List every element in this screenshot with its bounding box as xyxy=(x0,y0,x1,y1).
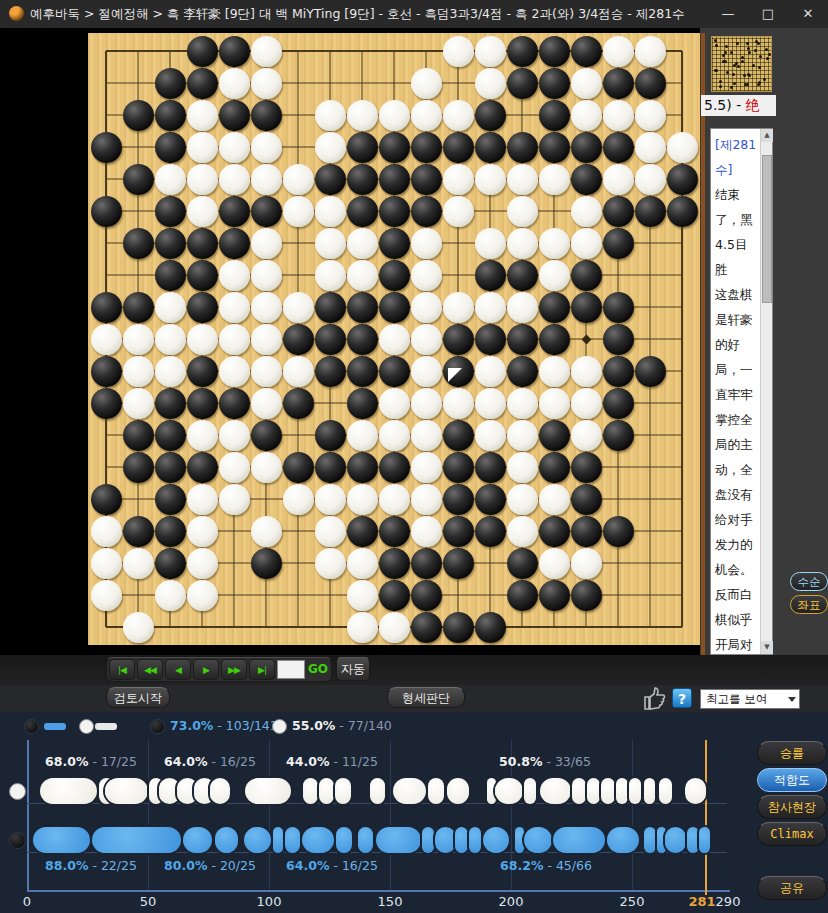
black-stone[interactable] xyxy=(379,132,410,163)
moves-button[interactable]: 수순 xyxy=(790,572,828,591)
black-stone[interactable] xyxy=(123,516,154,547)
black-stone[interactable] xyxy=(219,196,250,227)
white-stone[interactable] xyxy=(315,260,346,291)
black-stone[interactable] xyxy=(379,164,410,195)
white-stone[interactable] xyxy=(507,452,538,483)
black-stone[interactable] xyxy=(251,100,282,131)
start-review-button[interactable]: 검토시작 xyxy=(106,687,170,708)
white-stone[interactable] xyxy=(507,164,538,195)
black-stone[interactable] xyxy=(507,548,538,579)
white-stone[interactable] xyxy=(219,420,250,451)
white-stone[interactable] xyxy=(187,164,218,195)
white-stone[interactable] xyxy=(187,484,218,515)
white-stone[interactable] xyxy=(411,292,442,323)
white-stone[interactable] xyxy=(251,228,282,259)
white-stone[interactable] xyxy=(187,580,218,611)
black-stone[interactable] xyxy=(379,516,410,547)
white-stone[interactable] xyxy=(667,132,698,163)
white-stone[interactable] xyxy=(123,324,154,355)
thumbs-up-icon[interactable] xyxy=(641,685,667,712)
black-stone[interactable] xyxy=(507,68,538,99)
white-stone[interactable] xyxy=(219,324,250,355)
black-stone[interactable] xyxy=(219,388,250,419)
white-stone[interactable] xyxy=(635,164,666,195)
white-stone[interactable] xyxy=(411,452,442,483)
black-stone[interactable] xyxy=(251,548,282,579)
white-stone[interactable] xyxy=(219,132,250,163)
white-stone[interactable] xyxy=(571,420,602,451)
white-stone[interactable] xyxy=(187,324,218,355)
white-stone[interactable] xyxy=(379,324,410,355)
white-stone[interactable] xyxy=(635,100,666,131)
white-stone[interactable] xyxy=(315,132,346,163)
white-stone[interactable] xyxy=(219,484,250,515)
white-stone[interactable] xyxy=(507,516,538,547)
white-stone[interactable] xyxy=(315,548,346,579)
black-stone[interactable] xyxy=(539,132,570,163)
white-stone[interactable] xyxy=(155,356,186,387)
white-stone[interactable] xyxy=(539,388,570,419)
white-stone[interactable] xyxy=(475,356,506,387)
white-stone[interactable] xyxy=(155,324,186,355)
white-stone[interactable] xyxy=(411,420,442,451)
black-stone[interactable] xyxy=(155,228,186,259)
black-stone[interactable] xyxy=(155,196,186,227)
black-stone[interactable] xyxy=(603,324,634,355)
white-stone[interactable] xyxy=(571,388,602,419)
black-stone[interactable] xyxy=(379,452,410,483)
black-stone[interactable] xyxy=(123,292,154,323)
black-stone[interactable] xyxy=(635,68,666,99)
white-stone[interactable] xyxy=(123,548,154,579)
step-forward-icon[interactable]: ▶ xyxy=(193,659,219,680)
black-stone[interactable] xyxy=(91,196,122,227)
black-stone[interactable] xyxy=(507,356,538,387)
white-stone[interactable] xyxy=(571,548,602,579)
white-stone[interactable] xyxy=(315,196,346,227)
white-stone[interactable] xyxy=(219,68,250,99)
black-stone[interactable] xyxy=(251,196,282,227)
white-stone[interactable] xyxy=(91,324,122,355)
white-stone[interactable] xyxy=(187,548,218,579)
black-stone[interactable] xyxy=(539,36,570,67)
white-stone[interactable] xyxy=(475,228,506,259)
white-stone[interactable] xyxy=(91,580,122,611)
white-stone[interactable] xyxy=(347,100,378,131)
white-stone[interactable] xyxy=(379,484,410,515)
scrollbar-thumb[interactable] xyxy=(762,155,772,303)
black-stone[interactable] xyxy=(155,132,186,163)
white-stone[interactable] xyxy=(411,100,442,131)
white-stone[interactable] xyxy=(443,196,474,227)
black-stone[interactable] xyxy=(379,292,410,323)
position-judge-button[interactable]: 형세판단 xyxy=(387,687,465,708)
black-stone[interactable] xyxy=(571,580,602,611)
white-stone[interactable] xyxy=(347,260,378,291)
black-stone[interactable] xyxy=(475,132,506,163)
black-stone[interactable] xyxy=(507,260,538,291)
white-stone[interactable] xyxy=(91,516,122,547)
black-stone[interactable] xyxy=(155,68,186,99)
white-stone[interactable] xyxy=(379,420,410,451)
move-number-input[interactable] xyxy=(277,660,305,679)
white-stone[interactable] xyxy=(571,228,602,259)
black-stone[interactable] xyxy=(347,356,378,387)
black-stone[interactable] xyxy=(443,452,474,483)
black-stone[interactable] xyxy=(155,452,186,483)
display-mode-dropdown[interactable]: 최고를 보여 xyxy=(700,689,800,709)
coordinates-button[interactable]: 좌표 xyxy=(790,595,828,614)
white-stone[interactable] xyxy=(251,356,282,387)
black-stone[interactable] xyxy=(539,420,570,451)
white-stone[interactable] xyxy=(475,420,506,451)
white-stone[interactable] xyxy=(539,260,570,291)
commentary-scrollbar[interactable]: ▲ ▼ xyxy=(760,129,772,654)
black-stone[interactable] xyxy=(187,356,218,387)
black-stone[interactable] xyxy=(315,420,346,451)
black-stone[interactable] xyxy=(603,356,634,387)
black-stone[interactable] xyxy=(571,164,602,195)
black-stone[interactable] xyxy=(123,100,154,131)
white-stone[interactable] xyxy=(507,292,538,323)
graph-mode-button-적합도[interactable]: 적합도 xyxy=(757,768,827,792)
white-stone[interactable] xyxy=(411,260,442,291)
white-stone[interactable] xyxy=(507,420,538,451)
black-stone[interactable] xyxy=(539,100,570,131)
black-stone[interactable] xyxy=(539,516,570,547)
white-stone[interactable] xyxy=(347,420,378,451)
black-stone[interactable] xyxy=(155,100,186,131)
black-stone[interactable] xyxy=(443,612,474,643)
white-stone[interactable] xyxy=(187,196,218,227)
white-stone[interactable] xyxy=(379,388,410,419)
black-stone[interactable] xyxy=(379,580,410,611)
black-stone[interactable] xyxy=(571,36,602,67)
white-stone[interactable] xyxy=(411,356,442,387)
black-stone[interactable] xyxy=(411,164,442,195)
white-stone[interactable] xyxy=(539,484,570,515)
black-stone[interactable] xyxy=(411,196,442,227)
black-stone[interactable] xyxy=(411,548,442,579)
black-stone[interactable] xyxy=(155,516,186,547)
black-stone[interactable] xyxy=(411,580,442,611)
black-stone[interactable] xyxy=(475,260,506,291)
black-stone[interactable] xyxy=(315,452,346,483)
white-stone[interactable] xyxy=(251,132,282,163)
white-stone[interactable] xyxy=(251,68,282,99)
white-stone[interactable] xyxy=(507,196,538,227)
black-stone[interactable] xyxy=(507,324,538,355)
graph-mode-button-공유[interactable]: 공유 xyxy=(757,876,827,900)
minimize-button[interactable]: — xyxy=(708,0,748,28)
white-stone[interactable] xyxy=(571,100,602,131)
white-stone[interactable] xyxy=(251,324,282,355)
black-stone[interactable] xyxy=(187,36,218,67)
black-stone[interactable] xyxy=(603,516,634,547)
black-stone[interactable] xyxy=(283,452,314,483)
black-stone[interactable] xyxy=(155,388,186,419)
white-stone[interactable] xyxy=(635,132,666,163)
black-stone[interactable] xyxy=(347,132,378,163)
black-stone[interactable] xyxy=(379,260,410,291)
black-stone[interactable] xyxy=(507,132,538,163)
thumbnail-stone-dot xyxy=(719,85,722,88)
skip-to-start-icon[interactable]: |◀ xyxy=(109,659,135,680)
white-stone[interactable] xyxy=(155,580,186,611)
white-stone[interactable] xyxy=(251,516,282,547)
black-stone[interactable] xyxy=(347,388,378,419)
black-stone[interactable] xyxy=(667,164,698,195)
white-stone[interactable] xyxy=(315,100,346,131)
black-stone[interactable] xyxy=(603,196,634,227)
black-stone[interactable] xyxy=(91,132,122,163)
black-stone[interactable] xyxy=(411,612,442,643)
black-stone[interactable] xyxy=(475,612,506,643)
white-stone[interactable] xyxy=(283,164,314,195)
white-stone[interactable] xyxy=(411,388,442,419)
white-stone[interactable] xyxy=(603,36,634,67)
close-button[interactable]: ✕ xyxy=(788,0,828,28)
white-stone[interactable] xyxy=(443,164,474,195)
fast-rewind-icon[interactable]: ◀◀ xyxy=(137,659,163,680)
white-stone[interactable] xyxy=(443,100,474,131)
black-stone[interactable] xyxy=(603,132,634,163)
white-stone[interactable] xyxy=(411,324,442,355)
white-stone[interactable] xyxy=(411,68,442,99)
black-stone[interactable] xyxy=(603,388,634,419)
scroll-down-icon[interactable]: ▼ xyxy=(761,641,773,654)
white-stone[interactable] xyxy=(411,516,442,547)
white-stone[interactable] xyxy=(571,68,602,99)
black-stone[interactable] xyxy=(443,516,474,547)
white-stone[interactable] xyxy=(187,516,218,547)
black-stone[interactable] xyxy=(91,388,122,419)
white-stone[interactable] xyxy=(219,260,250,291)
black-stone[interactable] xyxy=(91,484,122,515)
black-stone[interactable] xyxy=(187,68,218,99)
white-stone[interactable] xyxy=(379,612,410,643)
white-stone[interactable] xyxy=(443,292,474,323)
black-stone[interactable] xyxy=(219,100,250,131)
white-stone[interactable] xyxy=(379,100,410,131)
white-stone[interactable] xyxy=(475,388,506,419)
black-stone[interactable] xyxy=(571,516,602,547)
black-stone[interactable] xyxy=(347,452,378,483)
black-stone[interactable] xyxy=(187,260,218,291)
black-stone[interactable] xyxy=(379,196,410,227)
white-stone[interactable] xyxy=(443,36,474,67)
white-stone[interactable] xyxy=(91,548,122,579)
black-stone[interactable] xyxy=(667,196,698,227)
board-thumbnail[interactable] xyxy=(711,36,772,92)
black-stone[interactable] xyxy=(187,388,218,419)
white-stone[interactable] xyxy=(315,516,346,547)
step-back-icon[interactable]: ◀ xyxy=(165,659,191,680)
black-stone[interactable] xyxy=(123,228,154,259)
white-stone[interactable] xyxy=(283,484,314,515)
auto-play-button[interactable]: 자동 xyxy=(336,657,370,681)
black-stone[interactable] xyxy=(571,292,602,323)
black-stone[interactable] xyxy=(507,36,538,67)
white-stone[interactable] xyxy=(251,164,282,195)
white-stone[interactable] xyxy=(539,228,570,259)
black-stone[interactable] xyxy=(315,292,346,323)
white-stone[interactable] xyxy=(411,484,442,515)
black-stone[interactable] xyxy=(539,68,570,99)
black-stone[interactable] xyxy=(347,292,378,323)
black-stone[interactable] xyxy=(603,292,634,323)
white-stone[interactable] xyxy=(539,356,570,387)
white-stone[interactable] xyxy=(123,388,154,419)
white-stone[interactable] xyxy=(507,388,538,419)
black-stone[interactable] xyxy=(635,196,666,227)
white-stone[interactable] xyxy=(347,484,378,515)
white-stone[interactable] xyxy=(251,260,282,291)
black-stone[interactable] xyxy=(411,132,442,163)
black-stone[interactable] xyxy=(155,260,186,291)
black-stone[interactable] xyxy=(443,548,474,579)
black-stone[interactable] xyxy=(219,228,250,259)
black-stone[interactable] xyxy=(379,228,410,259)
maximize-button[interactable]: □ xyxy=(748,0,788,28)
white-stone[interactable] xyxy=(155,292,186,323)
white-stone[interactable] xyxy=(187,100,218,131)
black-stone[interactable] xyxy=(91,292,122,323)
black-stone[interactable] xyxy=(475,452,506,483)
black-stone[interactable] xyxy=(155,420,186,451)
black-stone[interactable] xyxy=(443,132,474,163)
black-stone[interactable] xyxy=(347,324,378,355)
black-stone[interactable] xyxy=(571,260,602,291)
white-stone[interactable] xyxy=(411,228,442,259)
white-stone[interactable] xyxy=(347,228,378,259)
white-stone[interactable] xyxy=(571,196,602,227)
white-stone[interactable] xyxy=(635,36,666,67)
black-stone[interactable] xyxy=(315,356,346,387)
black-stone[interactable] xyxy=(187,292,218,323)
scroll-up-icon[interactable]: ▲ xyxy=(761,129,773,142)
black-stone[interactable] xyxy=(347,196,378,227)
black-stone[interactable] xyxy=(155,548,186,579)
black-stone[interactable] xyxy=(603,420,634,451)
black-stone[interactable] xyxy=(539,324,570,355)
black-stone[interactable] xyxy=(443,420,474,451)
white-stone[interactable] xyxy=(507,484,538,515)
white-stone[interactable] xyxy=(251,388,282,419)
black-stone[interactable] xyxy=(379,548,410,579)
current-move-line[interactable] xyxy=(705,740,707,895)
white-stone[interactable] xyxy=(475,36,506,67)
white-stone[interactable] xyxy=(475,292,506,323)
black-stone[interactable] xyxy=(475,324,506,355)
black-stone[interactable] xyxy=(91,356,122,387)
black-stone[interactable] xyxy=(443,324,474,355)
white-stone[interactable] xyxy=(443,388,474,419)
white-stone[interactable] xyxy=(347,580,378,611)
black-stone[interactable] xyxy=(603,228,634,259)
black-stone[interactable] xyxy=(635,356,666,387)
white-stone[interactable] xyxy=(315,484,346,515)
skip-to-end-icon[interactable]: ▶| xyxy=(249,659,275,680)
black-stone[interactable] xyxy=(539,452,570,483)
white-stone[interactable] xyxy=(251,292,282,323)
black-stone[interactable] xyxy=(123,452,154,483)
white-stone[interactable] xyxy=(539,164,570,195)
black-stone[interactable] xyxy=(187,452,218,483)
black-stone[interactable] xyxy=(571,452,602,483)
black-stone[interactable] xyxy=(347,516,378,547)
white-stone[interactable] xyxy=(219,356,250,387)
white-stone[interactable] xyxy=(187,420,218,451)
white-stone[interactable] xyxy=(347,612,378,643)
graph-mode-button-승률[interactable]: 승률 xyxy=(757,741,827,765)
white-stone[interactable] xyxy=(603,164,634,195)
black-stone[interactable] xyxy=(347,164,378,195)
black-stone[interactable] xyxy=(443,484,474,515)
white-stone[interactable] xyxy=(283,292,314,323)
black-stone[interactable] xyxy=(475,484,506,515)
fast-forward-icon[interactable]: ▶▶ xyxy=(221,659,247,680)
white-stone[interactable] xyxy=(315,228,346,259)
black-stone[interactable] xyxy=(571,484,602,515)
white-stone[interactable] xyxy=(475,164,506,195)
white-stone[interactable] xyxy=(155,164,186,195)
go-button[interactable]: GO xyxy=(307,659,329,680)
white-stone[interactable] xyxy=(123,612,154,643)
white-stone[interactable] xyxy=(251,36,282,67)
white-stone[interactable] xyxy=(571,356,602,387)
white-stone[interactable] xyxy=(539,548,570,579)
black-stone[interactable] xyxy=(187,228,218,259)
black-stone[interactable] xyxy=(315,324,346,355)
graph-mode-button-참사현장[interactable]: 참사현장 xyxy=(757,795,827,819)
go-board[interactable] xyxy=(88,33,700,645)
white-stone[interactable] xyxy=(251,452,282,483)
white-stone[interactable] xyxy=(219,164,250,195)
white-stone[interactable] xyxy=(603,100,634,131)
white-stone[interactable] xyxy=(219,452,250,483)
black-stone[interactable] xyxy=(475,100,506,131)
black-stone[interactable] xyxy=(539,580,570,611)
black-stone[interactable] xyxy=(251,420,282,451)
black-stone[interactable] xyxy=(379,356,410,387)
black-stone[interactable] xyxy=(123,164,154,195)
white-stone[interactable] xyxy=(507,228,538,259)
white-stone[interactable] xyxy=(123,356,154,387)
white-stone[interactable] xyxy=(283,196,314,227)
black-stone[interactable] xyxy=(155,484,186,515)
black-stone[interactable] xyxy=(603,68,634,99)
black-stone[interactable] xyxy=(475,516,506,547)
black-stone[interactable] xyxy=(219,36,250,67)
white-stone[interactable] xyxy=(347,548,378,579)
blue-streak-segment xyxy=(302,827,334,853)
black-stone[interactable] xyxy=(539,292,570,323)
white-stone[interactable] xyxy=(219,292,250,323)
black-stone[interactable] xyxy=(507,580,538,611)
black-stone[interactable] xyxy=(315,164,346,195)
black-stone[interactable] xyxy=(123,420,154,451)
black-stone[interactable] xyxy=(283,324,314,355)
black-stone[interactable] xyxy=(283,388,314,419)
help-icon[interactable]: ? xyxy=(672,688,692,708)
black-stone[interactable] xyxy=(571,132,602,163)
white-stone[interactable] xyxy=(187,132,218,163)
axis-tick-label: 100 xyxy=(257,894,282,909)
white-stone[interactable] xyxy=(283,356,314,387)
white-stone[interactable] xyxy=(475,68,506,99)
graph-mode-button-Climax[interactable]: Climax xyxy=(757,822,827,846)
